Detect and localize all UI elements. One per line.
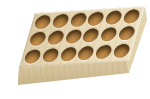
pit-r3c1[interactable] <box>23 49 42 64</box>
pit-r3c2[interactable] <box>41 48 60 63</box>
pit-r2c1[interactable] <box>28 32 47 47</box>
pit-r1c6[interactable] <box>122 9 141 24</box>
pit-r2c4[interactable] <box>81 29 100 44</box>
board-top-face <box>19 6 145 68</box>
pit-r2c6[interactable] <box>117 26 136 41</box>
pit-r3c4[interactable] <box>76 46 95 61</box>
photo-background <box>0 0 150 99</box>
pit-r3c3[interactable] <box>59 47 78 62</box>
pit-r1c2[interactable] <box>51 13 70 28</box>
pit-r1c4[interactable] <box>86 11 105 26</box>
pit-r2c3[interactable] <box>64 30 83 45</box>
pit-r3c5[interactable] <box>94 45 113 60</box>
pit-r1c3[interactable] <box>69 12 88 27</box>
pit-r1c5[interactable] <box>104 10 123 25</box>
pit-r3c6[interactable] <box>112 44 131 59</box>
pit-r1c1[interactable] <box>34 15 53 30</box>
pit-r2c2[interactable] <box>46 31 65 46</box>
pit-r2c5[interactable] <box>99 27 118 42</box>
